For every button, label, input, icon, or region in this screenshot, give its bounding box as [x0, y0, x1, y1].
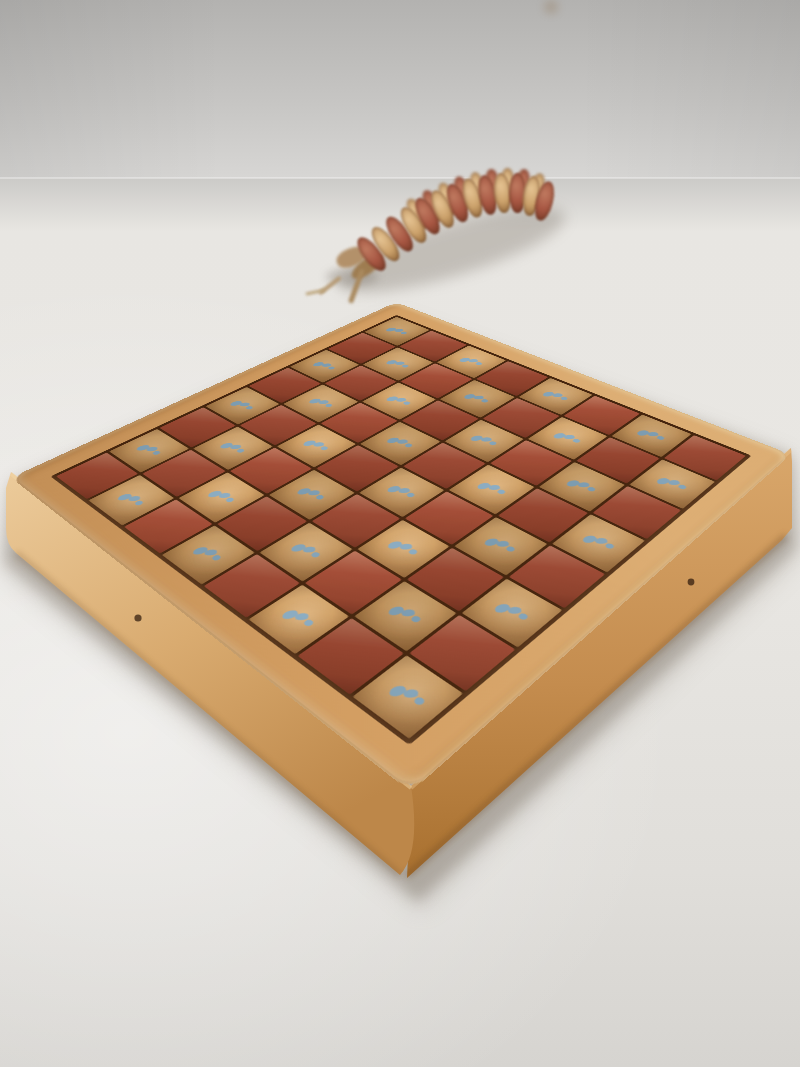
blue-dot-sprig-icon [385, 482, 419, 500]
blue-dot-sprig-icon [385, 538, 422, 559]
blue-dot-sprig-icon [228, 398, 257, 412]
blue-dot-sprig-icon [295, 485, 328, 503]
blue-dot-sprig-icon [482, 535, 519, 556]
blue-dot-sprig-icon [115, 490, 148, 508]
blue-dot-sprig-icon [635, 428, 667, 444]
blue-dot-sprig-icon [384, 435, 415, 451]
blue-dot-sprig-icon [564, 477, 598, 495]
blue-dot-sprig-icon [385, 680, 429, 711]
blue-dot-sprig-icon [384, 326, 410, 337]
blue-dot-sprig-icon [384, 358, 411, 370]
blue-dot-sprig-icon [134, 442, 164, 458]
blue-dot-sprig-icon [551, 430, 583, 446]
blue-dot-sprig-icon [385, 602, 425, 628]
blue-dot-sprig-icon [540, 389, 570, 403]
scene [0, 0, 800, 1067]
blue-dot-sprig-icon [474, 480, 508, 498]
blue-dot-sprig-icon [457, 356, 485, 368]
blue-dot-sprig-icon [205, 488, 238, 506]
blue-dot-sprig-icon [384, 394, 413, 408]
blue-dot-sprig-icon [468, 433, 500, 449]
blue-dot-sprig-icon [654, 474, 689, 492]
blue-dot-sprig-icon [190, 543, 226, 565]
blue-dot-sprig-icon [287, 540, 323, 562]
blue-dot-sprig-icon [311, 360, 338, 372]
blue-dot-sprig-icon [217, 440, 248, 456]
blue-dot-sprig-icon [279, 606, 318, 632]
blue-dot-sprig-icon [306, 396, 335, 410]
blue-dot-sprig-icon [580, 532, 617, 553]
blue-dot-sprig-icon [491, 599, 531, 624]
blue-dot-sprig-icon [301, 437, 332, 453]
blue-dot-sprig-icon [462, 392, 492, 406]
